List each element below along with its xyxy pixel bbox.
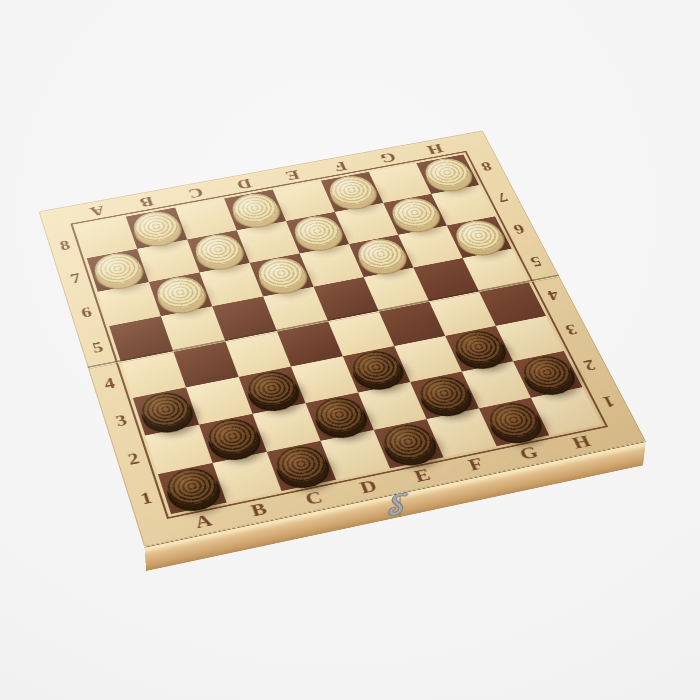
checker-dark-a3[interactable] [136, 388, 193, 430]
square-a5[interactable] [109, 316, 173, 361]
checker-dark-a1[interactable] [162, 464, 221, 508]
checker-light-c7[interactable] [191, 231, 245, 268]
checker-dark-e1[interactable] [377, 420, 437, 463]
checker-dark-g3[interactable] [449, 327, 508, 367]
square-f2[interactable] [410, 372, 479, 419]
checker-light-d8[interactable] [227, 190, 281, 225]
checker-light-f8[interactable] [324, 173, 378, 208]
square-c3[interactable] [239, 367, 306, 414]
square-d2[interactable] [306, 393, 374, 441]
checker-light-a7[interactable] [90, 250, 144, 287]
square-a4[interactable] [121, 351, 186, 398]
square-c1[interactable] [267, 441, 336, 491]
square-d1[interactable] [321, 430, 390, 480]
checker-dark-c3[interactable] [242, 368, 300, 409]
square-a2[interactable] [145, 425, 212, 475]
square-d4[interactable] [277, 321, 343, 367]
square-b3[interactable] [186, 377, 253, 425]
square-g1[interactable] [479, 398, 549, 447]
square-c4[interactable] [225, 331, 291, 377]
square-b2[interactable] [199, 414, 267, 463]
checker-light-e7[interactable] [289, 213, 344, 249]
square-h1[interactable] [531, 387, 602, 435]
square-c2[interactable] [253, 403, 321, 452]
photo-background: ABCDEFGH ABCDEFGH 87654321 87654321 [0, 0, 700, 700]
square-h2[interactable] [513, 351, 582, 398]
square-g3[interactable] [445, 326, 513, 372]
square-g2[interactable] [462, 361, 531, 408]
square-h3[interactable] [496, 316, 564, 361]
checker-dark-g1[interactable] [483, 399, 544, 441]
square-e2[interactable] [358, 382, 427, 430]
square-f1[interactable] [427, 408, 497, 457]
square-f3[interactable] [394, 336, 462, 382]
square-e3[interactable] [343, 346, 410, 393]
square-a3[interactable] [133, 387, 199, 435]
rank-label-right-1: 1 [584, 381, 633, 424]
checker-light-h6[interactable] [450, 217, 506, 253]
square-d3[interactable] [291, 356, 358, 403]
square-a1[interactable] [158, 463, 227, 514]
checker-dark-d2[interactable] [309, 394, 368, 436]
checker-dark-b2[interactable] [203, 415, 262, 458]
checker-light-h8[interactable] [420, 155, 474, 189]
checker-light-d6[interactable] [253, 254, 308, 291]
checker-dark-h2[interactable] [517, 352, 577, 392]
checker-light-f6[interactable] [352, 236, 408, 273]
square-b4[interactable] [173, 341, 238, 387]
square-b1[interactable] [213, 452, 282, 503]
checker-dark-e3[interactable] [346, 347, 404, 387]
checker-dark-f2[interactable] [414, 373, 474, 414]
checker-light-b8[interactable] [129, 208, 182, 244]
checker-dark-c1[interactable] [270, 442, 330, 486]
square-e1[interactable] [374, 419, 444, 468]
checker-light-b6[interactable] [152, 273, 207, 311]
